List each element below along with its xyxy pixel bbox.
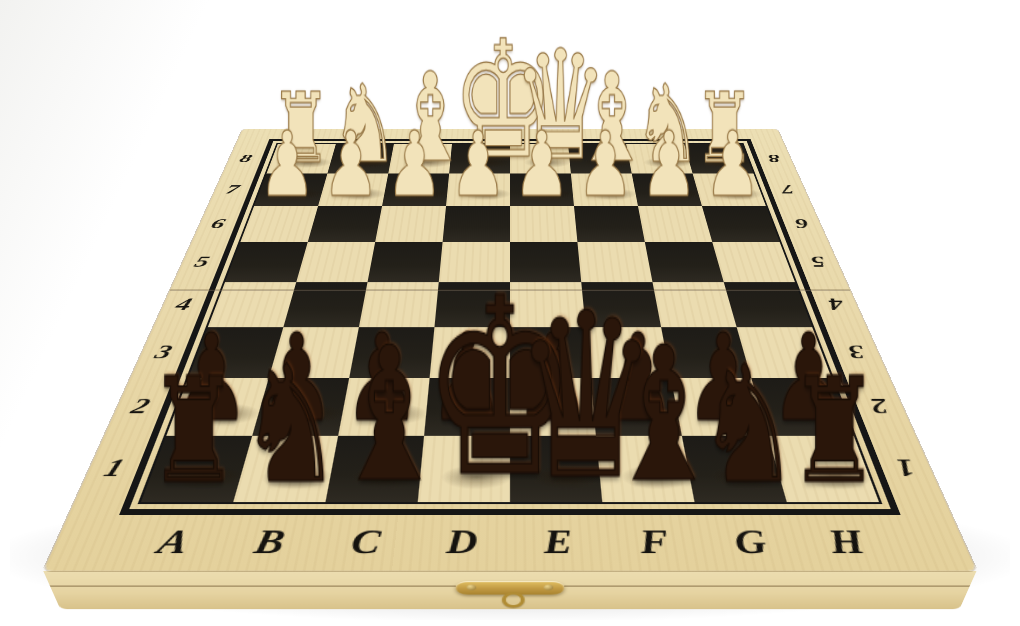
file-labels-row: ABCDEFGH xyxy=(116,517,903,566)
perspective-scene: ABCDEFGH 87654321 87654321 ♜♞♝♚♛♝♞♜♟♟♟♟♟… xyxy=(0,0,1020,626)
piece-glyph: ♝ xyxy=(331,337,415,494)
piece-glyph: ♟ xyxy=(385,126,444,202)
chess-set-photo: ABCDEFGH 87654321 87654321 ♜♞♝♚♛♝♞♜♟♟♟♟♟… xyxy=(0,0,1020,626)
piece-glyph: ♛ xyxy=(514,300,598,494)
brass-clasp xyxy=(456,581,565,594)
piece-glyph: ♜ xyxy=(148,371,232,495)
piece-white-pawn-c7[interactable]: ♟ xyxy=(382,173,449,206)
file-label-a: A xyxy=(116,517,229,566)
piece-glyph: ♞ xyxy=(697,357,781,495)
piece-glyph: ♜ xyxy=(788,371,872,495)
box-front-face xyxy=(43,571,976,609)
piece-glyph: ♟ xyxy=(449,126,508,202)
piece-glyph: ♟ xyxy=(703,126,762,202)
file-label-b: B xyxy=(215,517,323,566)
piece-black-knight-g1[interactable]: ♞ xyxy=(682,436,787,502)
file-label-c: C xyxy=(313,517,416,566)
file-label-e: E xyxy=(510,517,608,566)
piece-black-queen-e1[interactable]: ♛ xyxy=(510,436,602,502)
wooden-chess-box: ABCDEFGH 87654321 87654321 ♜♞♝♚♛♝♞♜♟♟♟♟♟… xyxy=(43,129,976,571)
piece-glyph: ♟ xyxy=(640,126,699,202)
clasp-loop xyxy=(502,592,525,608)
piece-glyph: ♟ xyxy=(576,126,635,202)
piece-white-pawn-h7[interactable]: ♟ xyxy=(693,173,766,206)
piece-white-pawn-d7[interactable]: ♟ xyxy=(446,173,510,206)
piece-white-pawn-e7[interactable]: ♟ xyxy=(510,173,574,206)
file-label-d: D xyxy=(412,517,510,566)
piece-glyph: ♟ xyxy=(322,126,381,202)
piece-glyph: ♞ xyxy=(239,357,323,495)
clasp-screw xyxy=(544,584,554,590)
clasp-screw xyxy=(467,584,477,590)
piece-white-pawn-a7[interactable]: ♟ xyxy=(254,173,327,206)
file-label-f: F xyxy=(604,517,707,566)
file-label-h: H xyxy=(791,517,904,566)
piece-glyph: ♟ xyxy=(258,126,317,202)
file-label-g: G xyxy=(697,517,805,566)
piece-white-pawn-f7[interactable]: ♟ xyxy=(571,173,638,206)
piece-white-pawn-b7[interactable]: ♟ xyxy=(318,173,388,206)
piece-black-knight-b1[interactable]: ♞ xyxy=(233,436,338,502)
piece-black-rook-a1[interactable]: ♜ xyxy=(141,436,252,502)
piece-glyph: ♟ xyxy=(513,126,572,202)
piece-white-pawn-g7[interactable]: ♟ xyxy=(632,173,702,206)
